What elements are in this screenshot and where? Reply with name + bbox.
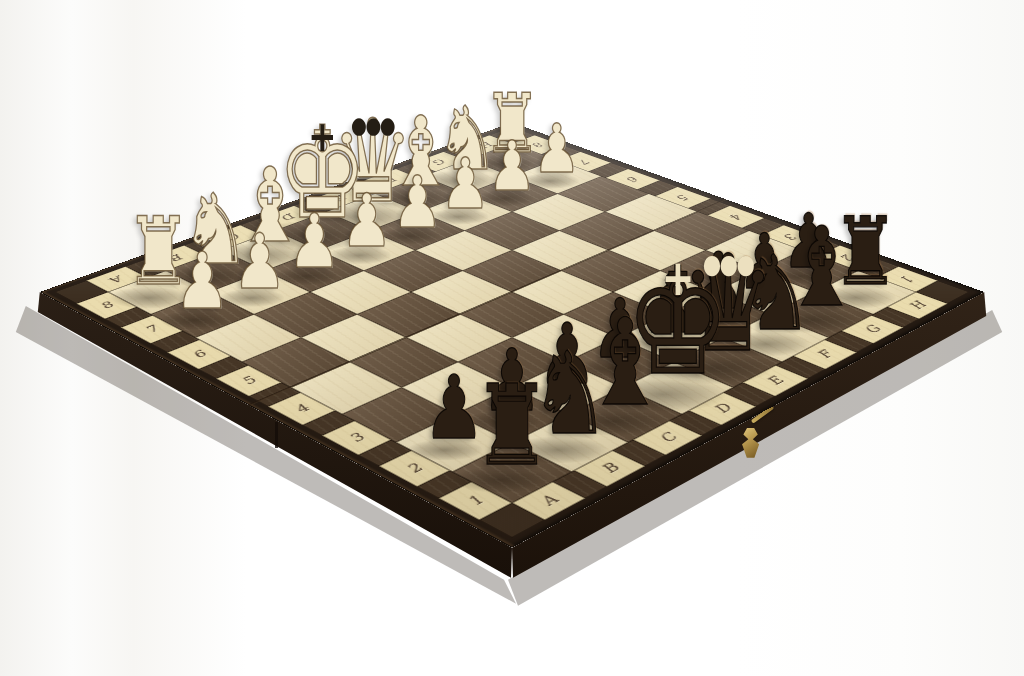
near-file-strip-label-A: A (534, 493, 563, 508)
near-file-strip-label-F: F (812, 349, 838, 360)
far-file-strip-label-B: B (165, 252, 188, 262)
near-file-strip-label-H: H (904, 300, 931, 311)
left-rank-strip-label-3: 3 (343, 431, 369, 444)
left-rank-strip-label-6: 6 (188, 349, 211, 360)
left-rank-strip-label-2: 2 (401, 461, 428, 475)
left-rank-strip-label-7: 7 (140, 324, 163, 335)
right-rank-strip-label-7: 7 (574, 158, 594, 165)
left-rank-strip-label-4: 4 (289, 402, 314, 414)
left-rank-strip-label-1: 1 (461, 493, 489, 507)
far-file-strip-label-H: H (475, 141, 497, 149)
far-file-strip-label-C: C (222, 232, 245, 241)
right-rank-strip-label-4: 4 (725, 212, 747, 220)
far-file-strip-label-E: E (330, 193, 351, 202)
right-rank-strip-label-8: 8 (528, 141, 548, 148)
near-file-strip-label-G: G (859, 324, 886, 336)
far-file-strip-label-D: D (277, 212, 300, 221)
right-rank-strip-label-2: 2 (836, 253, 859, 262)
right-rank-strip-label-3: 3 (779, 232, 801, 241)
near-file-strip-label-C: C (654, 431, 682, 445)
far-file-strip-label-A: A (106, 274, 129, 284)
left-rank-strip-label-5: 5 (237, 375, 261, 387)
far-file-strip-label-G: G (429, 157, 451, 165)
near-file-strip-label-D: D (709, 402, 737, 415)
left-rank-strip-label-8: 8 (96, 300, 118, 310)
far-file-strip-label-F: F (381, 175, 402, 183)
near-file-strip-label-B: B (596, 461, 625, 475)
near-file-strip-label-E: E (762, 375, 789, 387)
right-rank-strip-label-1: 1 (895, 274, 919, 284)
right-rank-strip-label-5: 5 (673, 193, 694, 201)
right-rank-strip-label-6: 6 (622, 175, 643, 183)
